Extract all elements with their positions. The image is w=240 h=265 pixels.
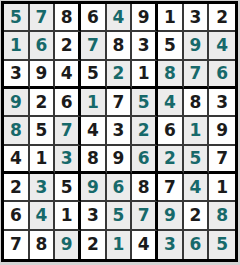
sudoku-board-frame: 5786491321627835943945218769261754838574… [1, 1, 238, 262]
cell-r6c8[interactable]: 5 [184, 146, 210, 174]
cell-r4c7[interactable]: 4 [158, 89, 184, 117]
cell-r5c7[interactable]: 6 [158, 117, 184, 145]
cell-r7c7[interactable]: 7 [158, 174, 184, 202]
cell-r1c8[interactable]: 3 [184, 4, 210, 32]
cell-r2c6[interactable]: 3 [132, 32, 158, 60]
cell-r5c4[interactable]: 4 [81, 117, 107, 145]
cell-r3c5[interactable]: 2 [107, 61, 133, 89]
cell-r5c8[interactable]: 1 [184, 117, 210, 145]
cell-r5c2[interactable]: 5 [30, 117, 56, 145]
cell-r4c5[interactable]: 7 [107, 89, 133, 117]
cell-r6c3[interactable]: 3 [55, 146, 81, 174]
cell-r5c3[interactable]: 7 [55, 117, 81, 145]
cell-r7c6[interactable]: 8 [132, 174, 158, 202]
cell-r9c6[interactable]: 4 [132, 231, 158, 259]
cell-r6c7[interactable]: 2 [158, 146, 184, 174]
cell-r1c6[interactable]: 9 [132, 4, 158, 32]
cell-r5c9[interactable]: 9 [209, 117, 235, 145]
cell-r2c9[interactable]: 4 [209, 32, 235, 60]
cell-r1c5[interactable]: 4 [107, 4, 133, 32]
cell-r9c2[interactable]: 8 [30, 231, 56, 259]
cell-r6c5[interactable]: 9 [107, 146, 133, 174]
cell-r8c9[interactable]: 8 [209, 202, 235, 230]
cell-r3c2[interactable]: 9 [30, 61, 56, 89]
cell-r1c2[interactable]: 7 [30, 4, 56, 32]
cell-r4c2[interactable]: 2 [30, 89, 56, 117]
cell-r2c1[interactable]: 1 [4, 32, 30, 60]
cell-r4c3[interactable]: 6 [55, 89, 81, 117]
cell-r4c4[interactable]: 1 [81, 89, 107, 117]
cell-r3c1[interactable]: 3 [4, 61, 30, 89]
cell-r7c5[interactable]: 6 [107, 174, 133, 202]
cell-r2c8[interactable]: 9 [184, 32, 210, 60]
cell-r5c5[interactable]: 3 [107, 117, 133, 145]
cell-r9c4[interactable]: 2 [81, 231, 107, 259]
cell-r9c1[interactable]: 7 [4, 231, 30, 259]
cell-r4c1[interactable]: 9 [4, 89, 30, 117]
cell-r7c3[interactable]: 5 [55, 174, 81, 202]
cell-r1c1[interactable]: 5 [4, 4, 30, 32]
cell-r1c3[interactable]: 8 [55, 4, 81, 32]
cell-r3c6[interactable]: 1 [132, 61, 158, 89]
cell-r9c8[interactable]: 6 [184, 231, 210, 259]
cell-r9c5[interactable]: 1 [107, 231, 133, 259]
cell-r2c3[interactable]: 2 [55, 32, 81, 60]
cell-r8c2[interactable]: 4 [30, 202, 56, 230]
cell-r3c7[interactable]: 8 [158, 61, 184, 89]
cell-r8c6[interactable]: 7 [132, 202, 158, 230]
cell-r7c1[interactable]: 2 [4, 174, 30, 202]
cell-r9c7[interactable]: 3 [158, 231, 184, 259]
cell-r1c7[interactable]: 1 [158, 4, 184, 32]
cell-r4c8[interactable]: 8 [184, 89, 210, 117]
cell-r1c9[interactable]: 2 [209, 4, 235, 32]
cell-r2c5[interactable]: 8 [107, 32, 133, 60]
cell-r2c4[interactable]: 7 [81, 32, 107, 60]
cell-r4c6[interactable]: 5 [132, 89, 158, 117]
cell-r3c4[interactable]: 5 [81, 61, 107, 89]
cell-r7c2[interactable]: 3 [30, 174, 56, 202]
cell-r6c4[interactable]: 8 [81, 146, 107, 174]
cell-r1c4[interactable]: 6 [81, 4, 107, 32]
cell-r5c6[interactable]: 2 [132, 117, 158, 145]
cell-r6c9[interactable]: 7 [209, 146, 235, 174]
cell-r7c8[interactable]: 4 [184, 174, 210, 202]
cell-r8c3[interactable]: 1 [55, 202, 81, 230]
cell-r8c8[interactable]: 2 [184, 202, 210, 230]
cell-r9c9[interactable]: 5 [209, 231, 235, 259]
cell-r8c7[interactable]: 9 [158, 202, 184, 230]
cell-r9c3[interactable]: 9 [55, 231, 81, 259]
cell-r3c3[interactable]: 4 [55, 61, 81, 89]
cell-r8c4[interactable]: 3 [81, 202, 107, 230]
cell-r8c1[interactable]: 6 [4, 202, 30, 230]
cell-r5c1[interactable]: 8 [4, 117, 30, 145]
cell-r6c6[interactable]: 6 [132, 146, 158, 174]
cell-r3c9[interactable]: 6 [209, 61, 235, 89]
cell-r6c2[interactable]: 1 [30, 146, 56, 174]
cell-r4c9[interactable]: 3 [209, 89, 235, 117]
cell-r7c9[interactable]: 1 [209, 174, 235, 202]
cell-r2c2[interactable]: 6 [30, 32, 56, 60]
cell-r8c5[interactable]: 5 [107, 202, 133, 230]
sudoku-board: 5786491321627835943945218769261754838574… [4, 4, 235, 259]
cell-r7c4[interactable]: 9 [81, 174, 107, 202]
cell-r3c8[interactable]: 7 [184, 61, 210, 89]
cell-r2c7[interactable]: 5 [158, 32, 184, 60]
cell-r6c1[interactable]: 4 [4, 146, 30, 174]
